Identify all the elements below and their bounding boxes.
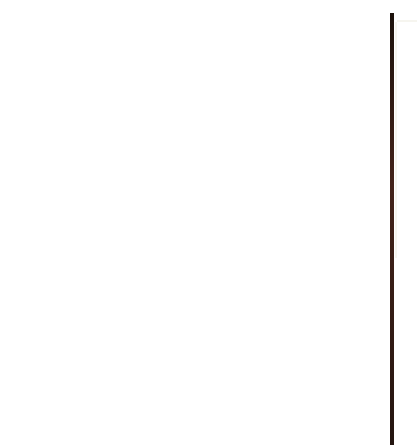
move-list-box[interactable] — [397, 22, 417, 258]
menubar — [0, 0, 407, 13]
right-panel — [394, 13, 417, 445]
pieces-layer — [0, 13, 394, 445]
xiangqi-board[interactable] — [0, 13, 394, 445]
